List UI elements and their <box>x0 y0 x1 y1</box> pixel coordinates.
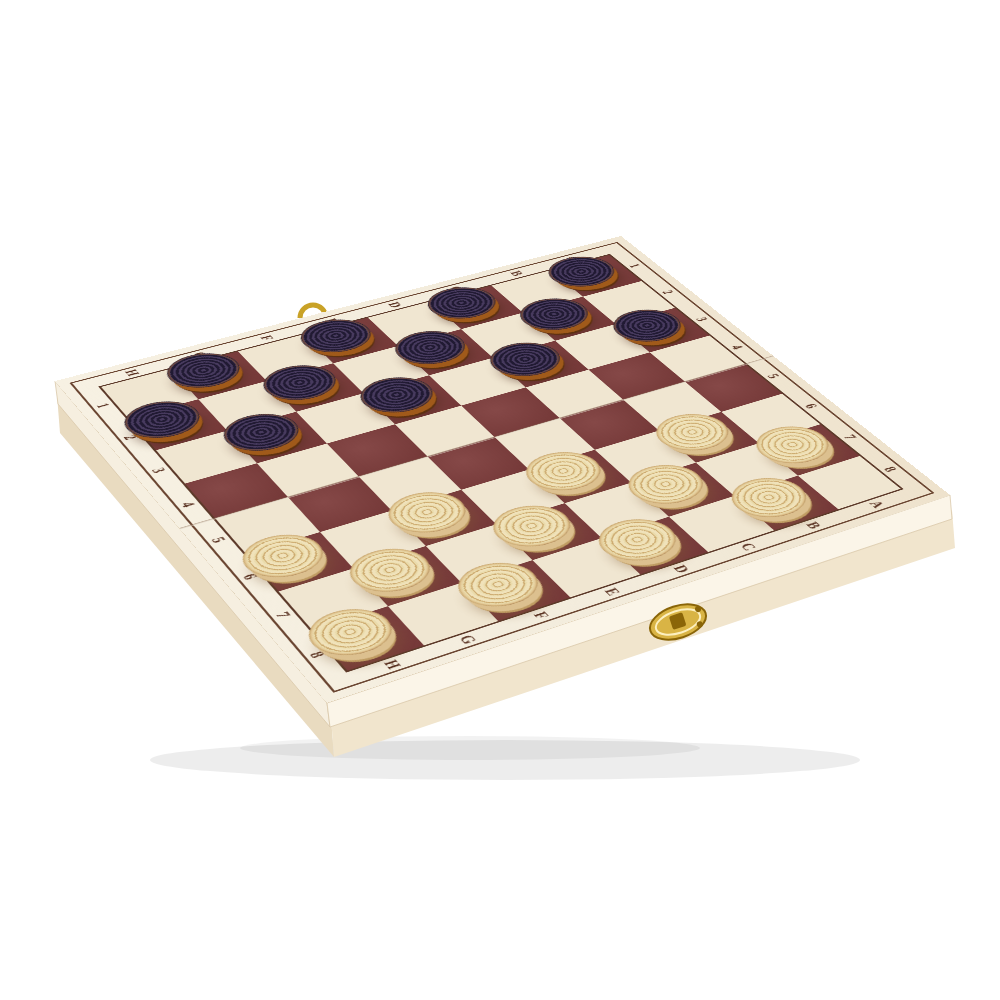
product-photo: HH11GG22FF33EE44DD55CC66BB77AA88 <box>0 0 1000 1000</box>
box-shadow-inner <box>240 736 700 760</box>
